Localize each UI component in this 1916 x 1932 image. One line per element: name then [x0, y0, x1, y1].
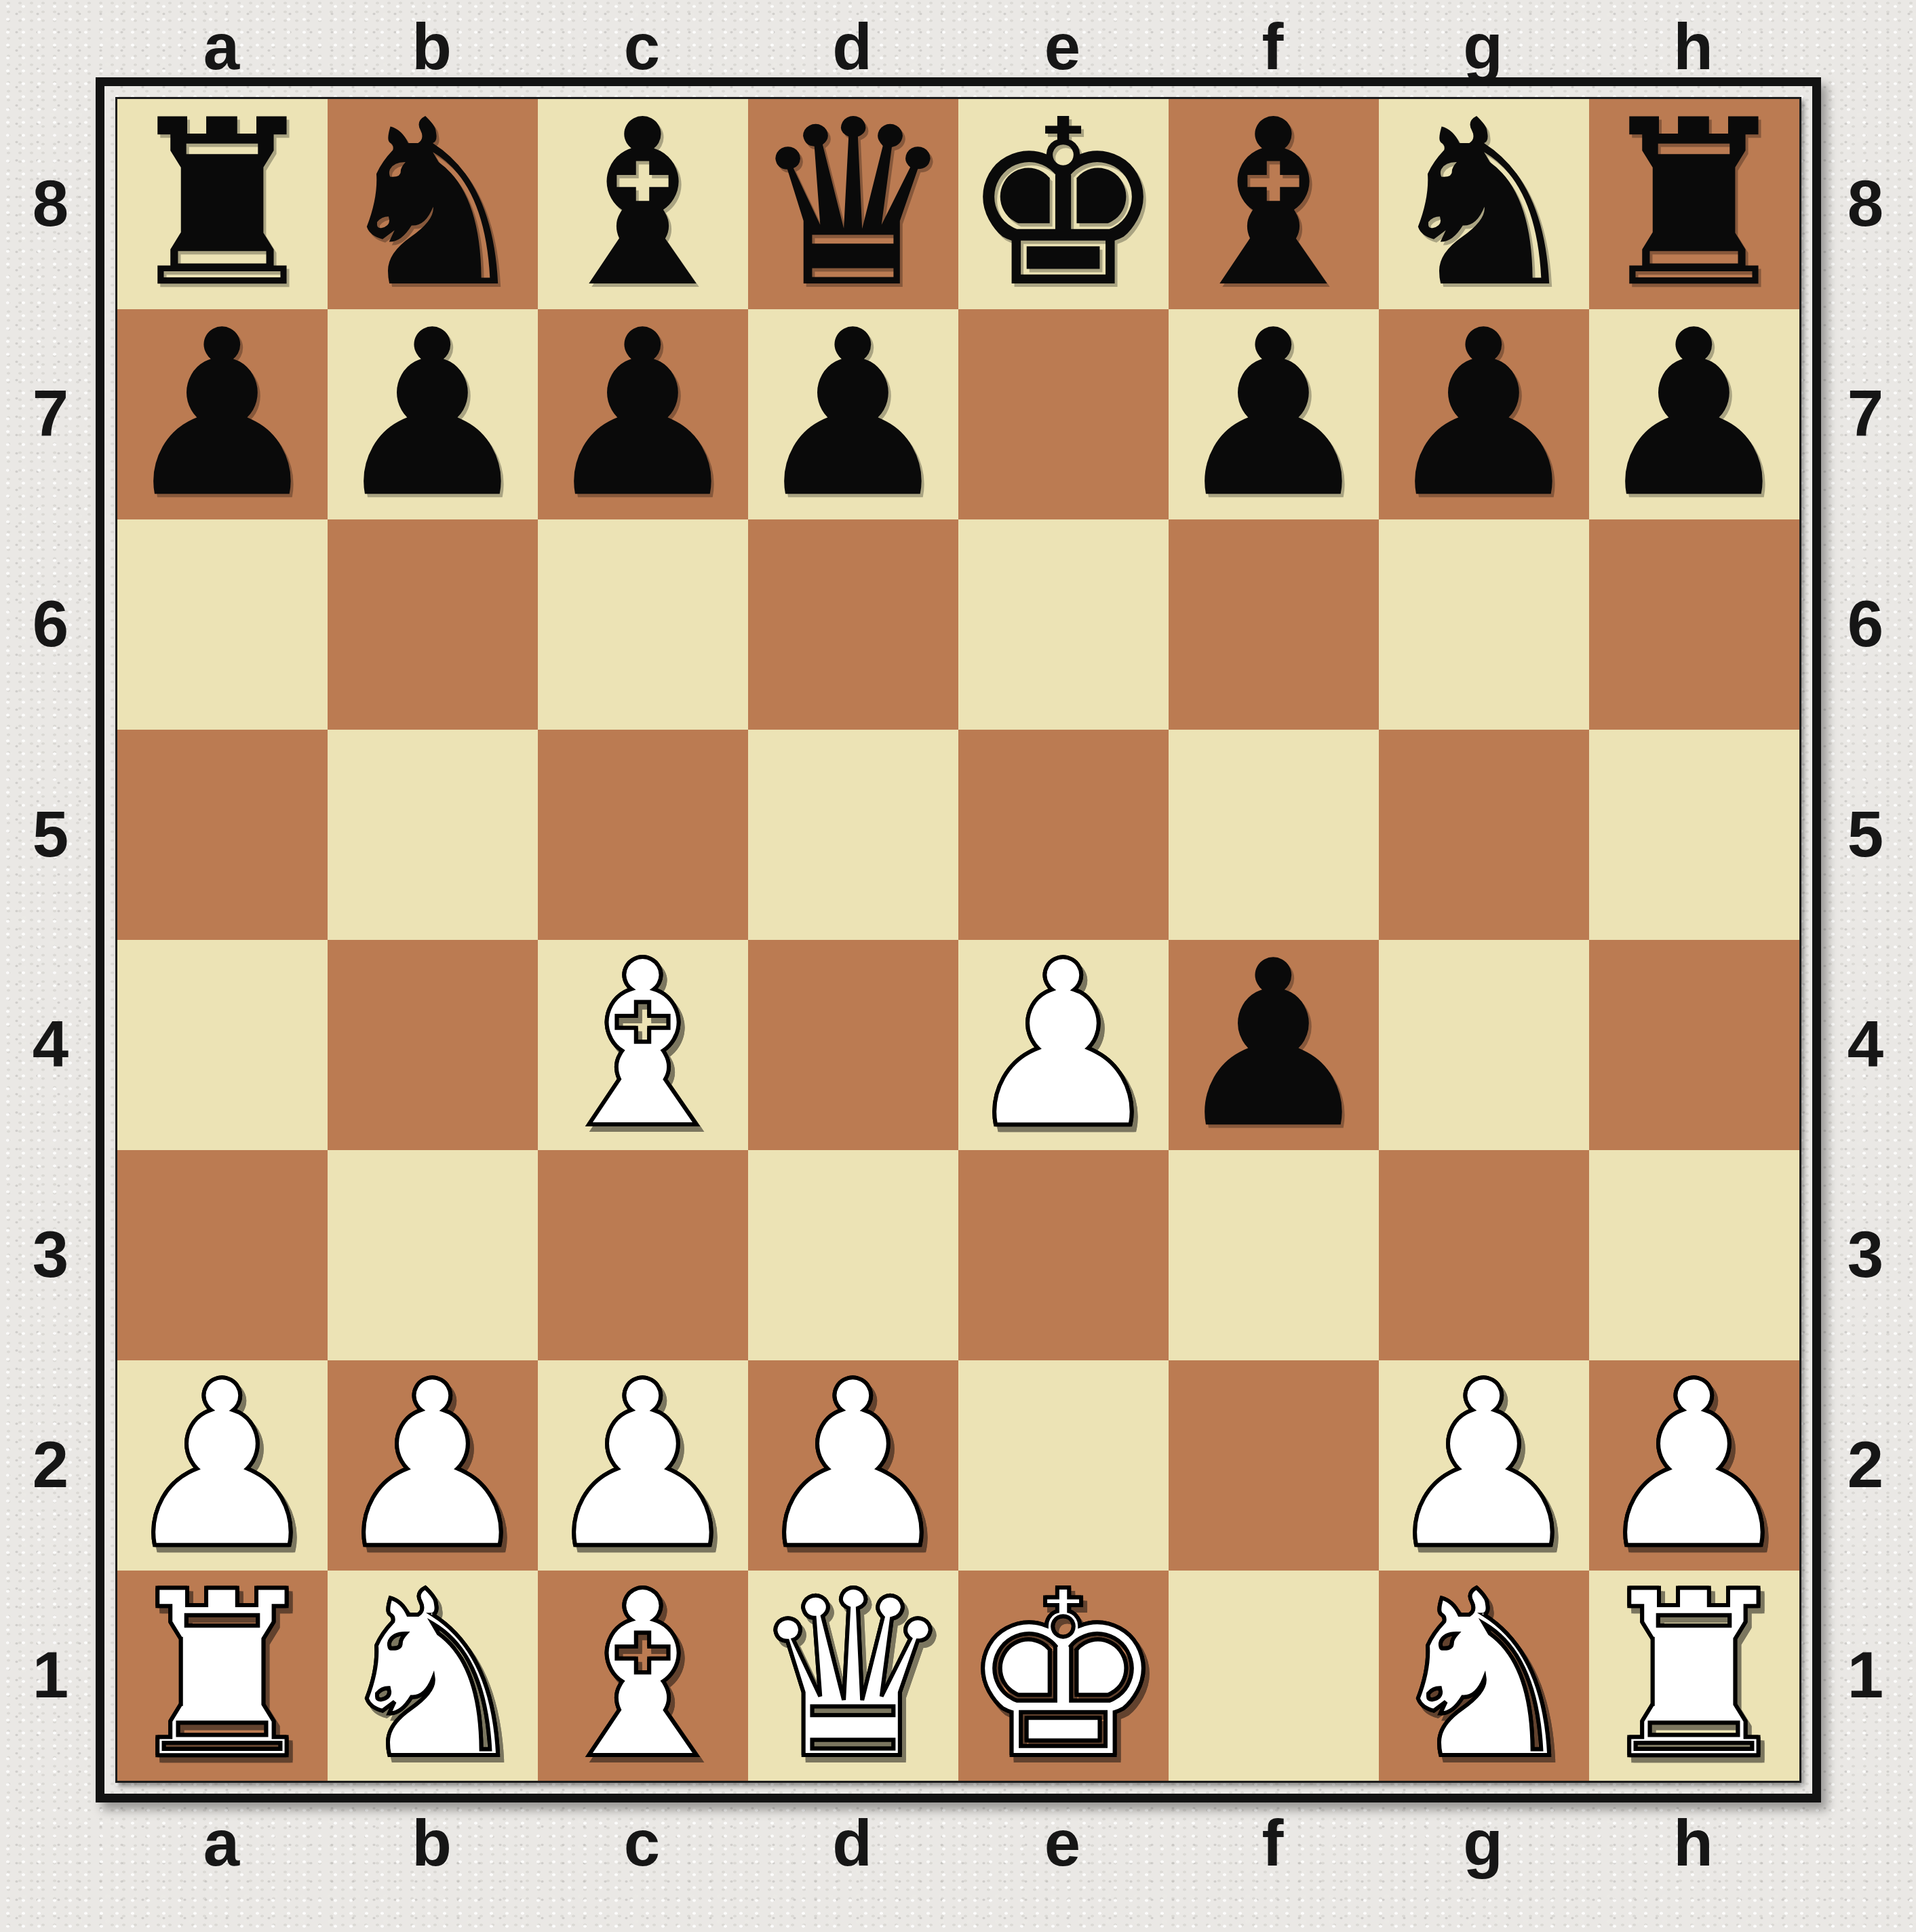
square-f3[interactable] — [1169, 1150, 1379, 1360]
file-label-h: h — [1588, 1812, 1799, 1874]
white-rook[interactable]: ♜ — [119, 1561, 325, 1790]
black-pawn[interactable]: ♟ — [1171, 300, 1376, 529]
square-f8[interactable]: ♝ — [1169, 99, 1379, 309]
rank-labels-right: 87654321 — [1821, 77, 1911, 1802]
square-d8[interactable]: ♛ — [748, 99, 958, 309]
file-label-e: e — [958, 16, 1168, 77]
white-rook[interactable]: ♜ — [1591, 1561, 1797, 1790]
rank-label-5: 5 — [6, 729, 96, 939]
square-b8[interactable]: ♞ — [328, 99, 538, 309]
square-e3[interactable] — [958, 1150, 1169, 1360]
white-queen[interactable]: ♛ — [750, 1561, 956, 1790]
white-knight[interactable]: ♞ — [330, 1561, 535, 1790]
white-bishop[interactable]: ♝ — [540, 1561, 745, 1790]
square-g2[interactable]: ♟ — [1379, 1360, 1589, 1571]
file-label-d: d — [747, 1812, 958, 1874]
square-d5[interactable] — [748, 730, 958, 940]
square-c5[interactable] — [538, 730, 748, 940]
square-f6[interactable] — [1169, 519, 1379, 730]
rank-label-5: 5 — [1821, 729, 1911, 939]
file-label-f: f — [1168, 16, 1378, 77]
rank-label-3: 3 — [1821, 1149, 1911, 1360]
rank-label-1: 1 — [6, 1570, 96, 1780]
rank-label-3: 3 — [6, 1149, 96, 1360]
square-h8[interactable]: ♜ — [1589, 99, 1799, 309]
square-f1[interactable] — [1169, 1571, 1379, 1781]
square-b3[interactable] — [328, 1150, 538, 1360]
square-e4[interactable]: ♟ — [958, 940, 1169, 1150]
black-pawn[interactable]: ♟ — [750, 300, 956, 529]
square-e5[interactable] — [958, 730, 1169, 940]
file-label-f: f — [1168, 1812, 1378, 1874]
file-label-e: e — [958, 1812, 1168, 1874]
square-a4[interactable] — [117, 940, 328, 1150]
square-d1[interactable]: ♛ — [748, 1571, 958, 1781]
rank-label-6: 6 — [6, 519, 96, 729]
square-e2[interactable] — [958, 1360, 1169, 1571]
square-e1[interactable]: ♚ — [958, 1571, 1169, 1781]
square-e6[interactable] — [958, 519, 1169, 730]
square-g1[interactable]: ♞ — [1379, 1571, 1589, 1781]
rank-label-8: 8 — [6, 98, 96, 309]
file-label-a: a — [117, 16, 327, 77]
file-labels-bottom: abcdefgh — [96, 1802, 1821, 1880]
square-a1[interactable]: ♜ — [117, 1571, 328, 1781]
square-g7[interactable]: ♟ — [1379, 309, 1589, 519]
square-c2[interactable]: ♟ — [538, 1360, 748, 1571]
white-knight[interactable]: ♞ — [1381, 1561, 1586, 1790]
square-c3[interactable] — [538, 1150, 748, 1360]
white-pawn[interactable]: ♟ — [960, 930, 1166, 1160]
file-label-g: g — [1378, 16, 1588, 77]
square-g4[interactable] — [1379, 940, 1589, 1150]
file-label-h: h — [1588, 16, 1799, 77]
file-label-g: g — [1378, 1812, 1588, 1874]
square-d2[interactable]: ♟ — [748, 1360, 958, 1571]
square-h2[interactable]: ♟ — [1589, 1360, 1799, 1571]
square-h7[interactable]: ♟ — [1589, 309, 1799, 519]
square-a6[interactable] — [117, 519, 328, 730]
square-f2[interactable] — [1169, 1360, 1379, 1571]
black-pawn[interactable]: ♟ — [1591, 300, 1797, 529]
rank-label-8: 8 — [1821, 98, 1911, 309]
rank-label-1: 1 — [1821, 1570, 1911, 1780]
square-b4[interactable] — [328, 940, 538, 1150]
white-king[interactable]: ♚ — [960, 1561, 1166, 1790]
square-h6[interactable] — [1589, 519, 1799, 730]
black-king[interactable]: ♚ — [960, 90, 1166, 319]
square-c7[interactable]: ♟ — [538, 309, 748, 519]
square-b2[interactable]: ♟ — [328, 1360, 538, 1571]
rank-label-6: 6 — [1821, 519, 1911, 729]
square-f5[interactable] — [1169, 730, 1379, 940]
square-c6[interactable] — [538, 519, 748, 730]
square-c4[interactable]: ♝ — [538, 940, 748, 1150]
board-frame: ♜♞♝♛♚♝♞♜♟♟♟♟♟♟♟♝♟♟♟♟♟♟♟♟♜♞♝♛♚♞♜ — [96, 77, 1821, 1802]
square-b1[interactable]: ♞ — [328, 1571, 538, 1781]
black-pawn[interactable]: ♟ — [1381, 300, 1586, 529]
rank-labels-left: 87654321 — [6, 77, 96, 1802]
square-h5[interactable] — [1589, 730, 1799, 940]
rank-label-2: 2 — [6, 1360, 96, 1570]
rank-label-4: 4 — [1821, 939, 1911, 1149]
square-g6[interactable] — [1379, 519, 1589, 730]
board-inner-border: ♜♞♝♛♚♝♞♜♟♟♟♟♟♟♟♝♟♟♟♟♟♟♟♟♜♞♝♛♚♞♜ — [115, 97, 1801, 1783]
black-pawn[interactable]: ♟ — [540, 300, 745, 529]
black-pawn[interactable]: ♟ — [1171, 930, 1376, 1160]
black-pawn[interactable]: ♟ — [330, 300, 535, 529]
rank-label-4: 4 — [6, 939, 96, 1149]
square-c8[interactable]: ♝ — [538, 99, 748, 309]
square-b7[interactable]: ♟ — [328, 309, 538, 519]
square-b6[interactable] — [328, 519, 538, 730]
black-pawn[interactable]: ♟ — [119, 300, 325, 529]
square-d6[interactable] — [748, 519, 958, 730]
square-f7[interactable]: ♟ — [1169, 309, 1379, 519]
file-label-c: c — [537, 16, 747, 77]
rank-label-2: 2 — [1821, 1360, 1911, 1570]
chess-board: ♜♞♝♛♚♝♞♜♟♟♟♟♟♟♟♝♟♟♟♟♟♟♟♟♜♞♝♛♚♞♜ — [117, 99, 1799, 1781]
rank-label-7: 7 — [1821, 309, 1911, 519]
file-label-d: d — [747, 16, 958, 77]
square-b5[interactable] — [328, 730, 538, 940]
file-labels-top: abcdefgh — [96, 4, 1821, 77]
square-a2[interactable]: ♟ — [117, 1360, 328, 1571]
rank-label-7: 7 — [6, 309, 96, 519]
square-c1[interactable]: ♝ — [538, 1571, 748, 1781]
square-a7[interactable]: ♟ — [117, 309, 328, 519]
file-label-b: b — [327, 16, 537, 77]
file-label-b: b — [327, 1812, 537, 1874]
paper-background: { "game": "chess", "position": { "fen": … — [0, 0, 1916, 1932]
square-h3[interactable] — [1589, 1150, 1799, 1360]
square-a3[interactable] — [117, 1150, 328, 1360]
square-f4[interactable]: ♟ — [1169, 940, 1379, 1150]
file-label-a: a — [117, 1812, 327, 1874]
chess-diagram: abcdefgh 87654321 ♜♞♝♛♚♝♞♜♟♟♟♟♟♟♟♝♟♟♟♟♟♟… — [6, 4, 1911, 1880]
square-e8[interactable]: ♚ — [958, 99, 1169, 309]
square-h4[interactable] — [1589, 940, 1799, 1150]
square-d4[interactable] — [748, 940, 958, 1150]
file-label-c: c — [537, 1812, 747, 1874]
square-g8[interactable]: ♞ — [1379, 99, 1589, 309]
square-a5[interactable] — [117, 730, 328, 940]
square-g5[interactable] — [1379, 730, 1589, 940]
square-d3[interactable] — [748, 1150, 958, 1360]
square-d7[interactable]: ♟ — [748, 309, 958, 519]
square-e7[interactable] — [958, 309, 1169, 519]
square-g3[interactable] — [1379, 1150, 1589, 1360]
square-h1[interactable]: ♜ — [1589, 1571, 1799, 1781]
white-bishop[interactable]: ♝ — [540, 930, 745, 1160]
square-a8[interactable]: ♜ — [117, 99, 328, 309]
